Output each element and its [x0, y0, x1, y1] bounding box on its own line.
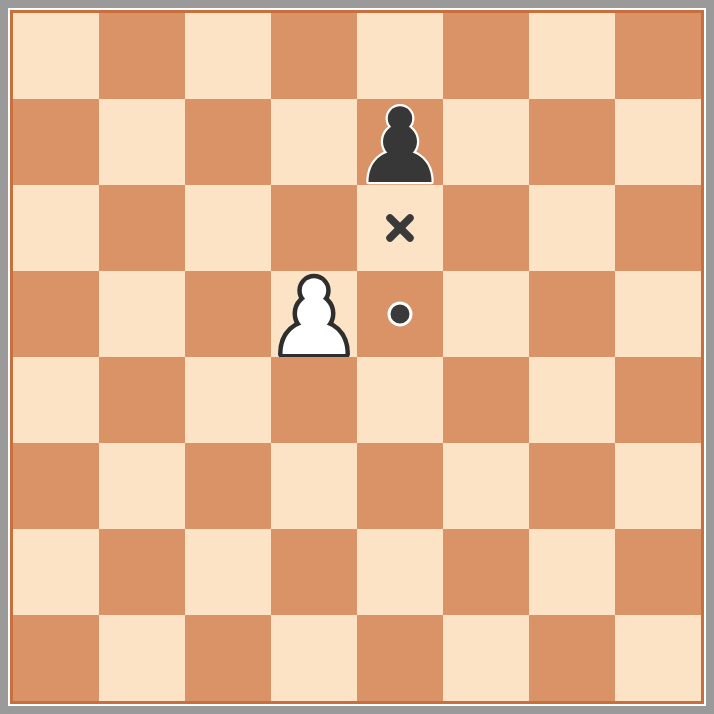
- square-a8[interactable]: [13, 13, 99, 99]
- square-d6[interactable]: [271, 185, 357, 271]
- square-c8[interactable]: [185, 13, 271, 99]
- square-c4[interactable]: [185, 357, 271, 443]
- square-c6[interactable]: [185, 185, 271, 271]
- square-a6[interactable]: [13, 185, 99, 271]
- square-f2[interactable]: [443, 529, 529, 615]
- chess-board: [13, 13, 701, 701]
- black-pawn[interactable]: [357, 99, 443, 185]
- square-b2[interactable]: [99, 529, 185, 615]
- square-h8[interactable]: [615, 13, 701, 99]
- x-marker-icon: [357, 185, 443, 271]
- square-c3[interactable]: [185, 443, 271, 529]
- square-a4[interactable]: [13, 357, 99, 443]
- square-f3[interactable]: [443, 443, 529, 529]
- square-f5[interactable]: [443, 271, 529, 357]
- square-b8[interactable]: [99, 13, 185, 99]
- square-b4[interactable]: [99, 357, 185, 443]
- dot-marker-icon: [357, 271, 443, 357]
- square-c5[interactable]: [185, 271, 271, 357]
- square-c1[interactable]: [185, 615, 271, 701]
- board-frame: [0, 0, 714, 714]
- square-g8[interactable]: [529, 13, 615, 99]
- square-f1[interactable]: [443, 615, 529, 701]
- square-d3[interactable]: [271, 443, 357, 529]
- square-e2[interactable]: [357, 529, 443, 615]
- square-d7[interactable]: [271, 99, 357, 185]
- square-a3[interactable]: [13, 443, 99, 529]
- square-d1[interactable]: [271, 615, 357, 701]
- square-g4[interactable]: [529, 357, 615, 443]
- square-e7[interactable]: [357, 99, 443, 185]
- square-b1[interactable]: [99, 615, 185, 701]
- square-b3[interactable]: [99, 443, 185, 529]
- square-h1[interactable]: [615, 615, 701, 701]
- square-d4[interactable]: [271, 357, 357, 443]
- square-e8[interactable]: [357, 13, 443, 99]
- square-e5[interactable]: [357, 271, 443, 357]
- square-g3[interactable]: [529, 443, 615, 529]
- white-pawn[interactable]: [271, 271, 357, 357]
- board-inner-line: [8, 8, 706, 706]
- square-b6[interactable]: [99, 185, 185, 271]
- square-a7[interactable]: [13, 99, 99, 185]
- board-edge: [10, 10, 704, 704]
- square-c7[interactable]: [185, 99, 271, 185]
- square-h7[interactable]: [615, 99, 701, 185]
- square-b5[interactable]: [99, 271, 185, 357]
- square-g7[interactable]: [529, 99, 615, 185]
- square-g6[interactable]: [529, 185, 615, 271]
- square-f7[interactable]: [443, 99, 529, 185]
- square-e3[interactable]: [357, 443, 443, 529]
- square-g2[interactable]: [529, 529, 615, 615]
- square-h3[interactable]: [615, 443, 701, 529]
- square-d2[interactable]: [271, 529, 357, 615]
- square-f6[interactable]: [443, 185, 529, 271]
- square-f4[interactable]: [443, 357, 529, 443]
- square-f8[interactable]: [443, 13, 529, 99]
- square-c2[interactable]: [185, 529, 271, 615]
- square-h6[interactable]: [615, 185, 701, 271]
- square-h5[interactable]: [615, 271, 701, 357]
- square-e4[interactable]: [357, 357, 443, 443]
- square-d8[interactable]: [271, 13, 357, 99]
- square-h4[interactable]: [615, 357, 701, 443]
- square-d5[interactable]: [271, 271, 357, 357]
- square-e1[interactable]: [357, 615, 443, 701]
- square-b7[interactable]: [99, 99, 185, 185]
- square-a1[interactable]: [13, 615, 99, 701]
- square-a2[interactable]: [13, 529, 99, 615]
- square-g5[interactable]: [529, 271, 615, 357]
- square-h2[interactable]: [615, 529, 701, 615]
- square-a5[interactable]: [13, 271, 99, 357]
- square-e6[interactable]: [357, 185, 443, 271]
- square-g1[interactable]: [529, 615, 615, 701]
